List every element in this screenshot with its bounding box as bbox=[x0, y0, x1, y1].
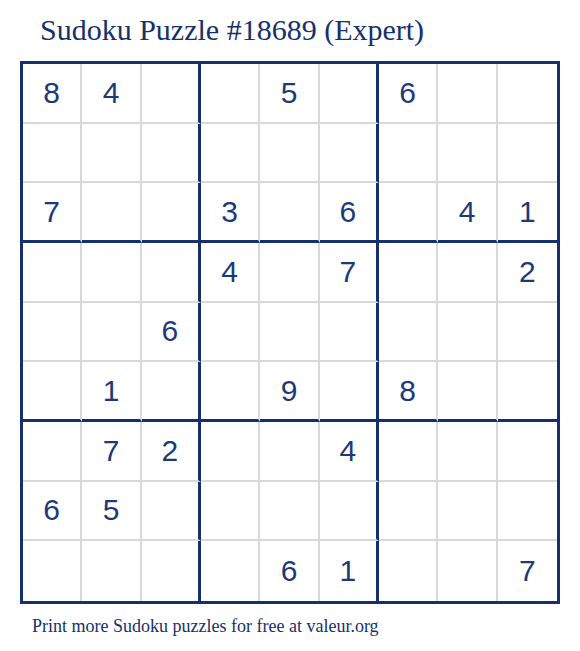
cell-r8c4 bbox=[201, 482, 260, 542]
cell-r7c9 bbox=[498, 422, 557, 482]
cell-r8c5 bbox=[260, 482, 319, 542]
cell-r3c3 bbox=[142, 183, 201, 243]
cell-r9c7 bbox=[379, 541, 438, 601]
cell-r1c2: 4 bbox=[82, 64, 141, 124]
cell-r3c4: 3 bbox=[201, 183, 260, 243]
cell-r7c1 bbox=[23, 422, 82, 482]
cell-r7c8 bbox=[438, 422, 497, 482]
cell-r8c2: 5 bbox=[82, 482, 141, 542]
cell-r5c5 bbox=[260, 303, 319, 363]
cell-r8c7 bbox=[379, 482, 438, 542]
cell-r5c9 bbox=[498, 303, 557, 363]
cell-r5c7 bbox=[379, 303, 438, 363]
cell-r7c3: 2 bbox=[142, 422, 201, 482]
cell-r5c1 bbox=[23, 303, 82, 363]
cell-r1c3 bbox=[142, 64, 201, 124]
cell-r8c9 bbox=[498, 482, 557, 542]
cell-r2c7 bbox=[379, 124, 438, 184]
cell-r2c6 bbox=[320, 124, 379, 184]
cell-r6c1 bbox=[23, 362, 82, 422]
cell-r7c6: 4 bbox=[320, 422, 379, 482]
page-title: Sudoku Puzzle #18689 (Expert) bbox=[40, 13, 424, 47]
cell-r1c8 bbox=[438, 64, 497, 124]
cell-r4c9: 2 bbox=[498, 243, 557, 303]
cell-r2c5 bbox=[260, 124, 319, 184]
cell-r3c5 bbox=[260, 183, 319, 243]
cell-r8c3 bbox=[142, 482, 201, 542]
cell-r3c7 bbox=[379, 183, 438, 243]
cell-r4c5 bbox=[260, 243, 319, 303]
cell-r3c8: 4 bbox=[438, 183, 497, 243]
cell-r2c9 bbox=[498, 124, 557, 184]
cell-r4c7 bbox=[379, 243, 438, 303]
cell-r1c5: 5 bbox=[260, 64, 319, 124]
cell-r5c8 bbox=[438, 303, 497, 363]
cell-r9c4 bbox=[201, 541, 260, 601]
cell-r3c2 bbox=[82, 183, 141, 243]
cell-r3c1: 7 bbox=[23, 183, 82, 243]
cell-r6c5: 9 bbox=[260, 362, 319, 422]
cell-r4c8 bbox=[438, 243, 497, 303]
cell-r8c1: 6 bbox=[23, 482, 82, 542]
cell-r9c6: 1 bbox=[320, 541, 379, 601]
footer-note: Print more Sudoku puzzles for free at va… bbox=[32, 614, 379, 638]
cell-r6c7: 8 bbox=[379, 362, 438, 422]
sudoku-board: 845673641472619872465617 bbox=[20, 61, 560, 604]
cell-r9c8 bbox=[438, 541, 497, 601]
cell-r6c6 bbox=[320, 362, 379, 422]
cell-r2c1 bbox=[23, 124, 82, 184]
cell-r1c9 bbox=[498, 64, 557, 124]
cell-r1c1: 8 bbox=[23, 64, 82, 124]
cell-r4c3 bbox=[142, 243, 201, 303]
cell-r6c2: 1 bbox=[82, 362, 141, 422]
cell-r1c4 bbox=[201, 64, 260, 124]
cell-r3c6: 6 bbox=[320, 183, 379, 243]
cell-r8c6 bbox=[320, 482, 379, 542]
cell-r6c4 bbox=[201, 362, 260, 422]
cell-r6c3 bbox=[142, 362, 201, 422]
cell-r7c5 bbox=[260, 422, 319, 482]
cell-r6c9 bbox=[498, 362, 557, 422]
cell-r2c3 bbox=[142, 124, 201, 184]
cell-r7c2: 7 bbox=[82, 422, 141, 482]
cell-r4c6: 7 bbox=[320, 243, 379, 303]
cell-r9c5: 6 bbox=[260, 541, 319, 601]
cell-r7c4 bbox=[201, 422, 260, 482]
cell-r4c2 bbox=[82, 243, 141, 303]
cell-r5c3: 6 bbox=[142, 303, 201, 363]
cell-r4c4: 4 bbox=[201, 243, 260, 303]
cell-r5c2 bbox=[82, 303, 141, 363]
cell-r7c7 bbox=[379, 422, 438, 482]
cell-r6c8 bbox=[438, 362, 497, 422]
cell-r3c9: 1 bbox=[498, 183, 557, 243]
cell-r9c1 bbox=[23, 541, 82, 601]
cell-r1c7: 6 bbox=[379, 64, 438, 124]
cell-r2c2 bbox=[82, 124, 141, 184]
cell-r5c6 bbox=[320, 303, 379, 363]
cell-r8c8 bbox=[438, 482, 497, 542]
cell-r9c2 bbox=[82, 541, 141, 601]
cell-r9c3 bbox=[142, 541, 201, 601]
cell-r1c6 bbox=[320, 64, 379, 124]
cell-r4c1 bbox=[23, 243, 82, 303]
cell-r2c8 bbox=[438, 124, 497, 184]
cell-r9c9: 7 bbox=[498, 541, 557, 601]
cell-r5c4 bbox=[201, 303, 260, 363]
cell-r2c4 bbox=[201, 124, 260, 184]
